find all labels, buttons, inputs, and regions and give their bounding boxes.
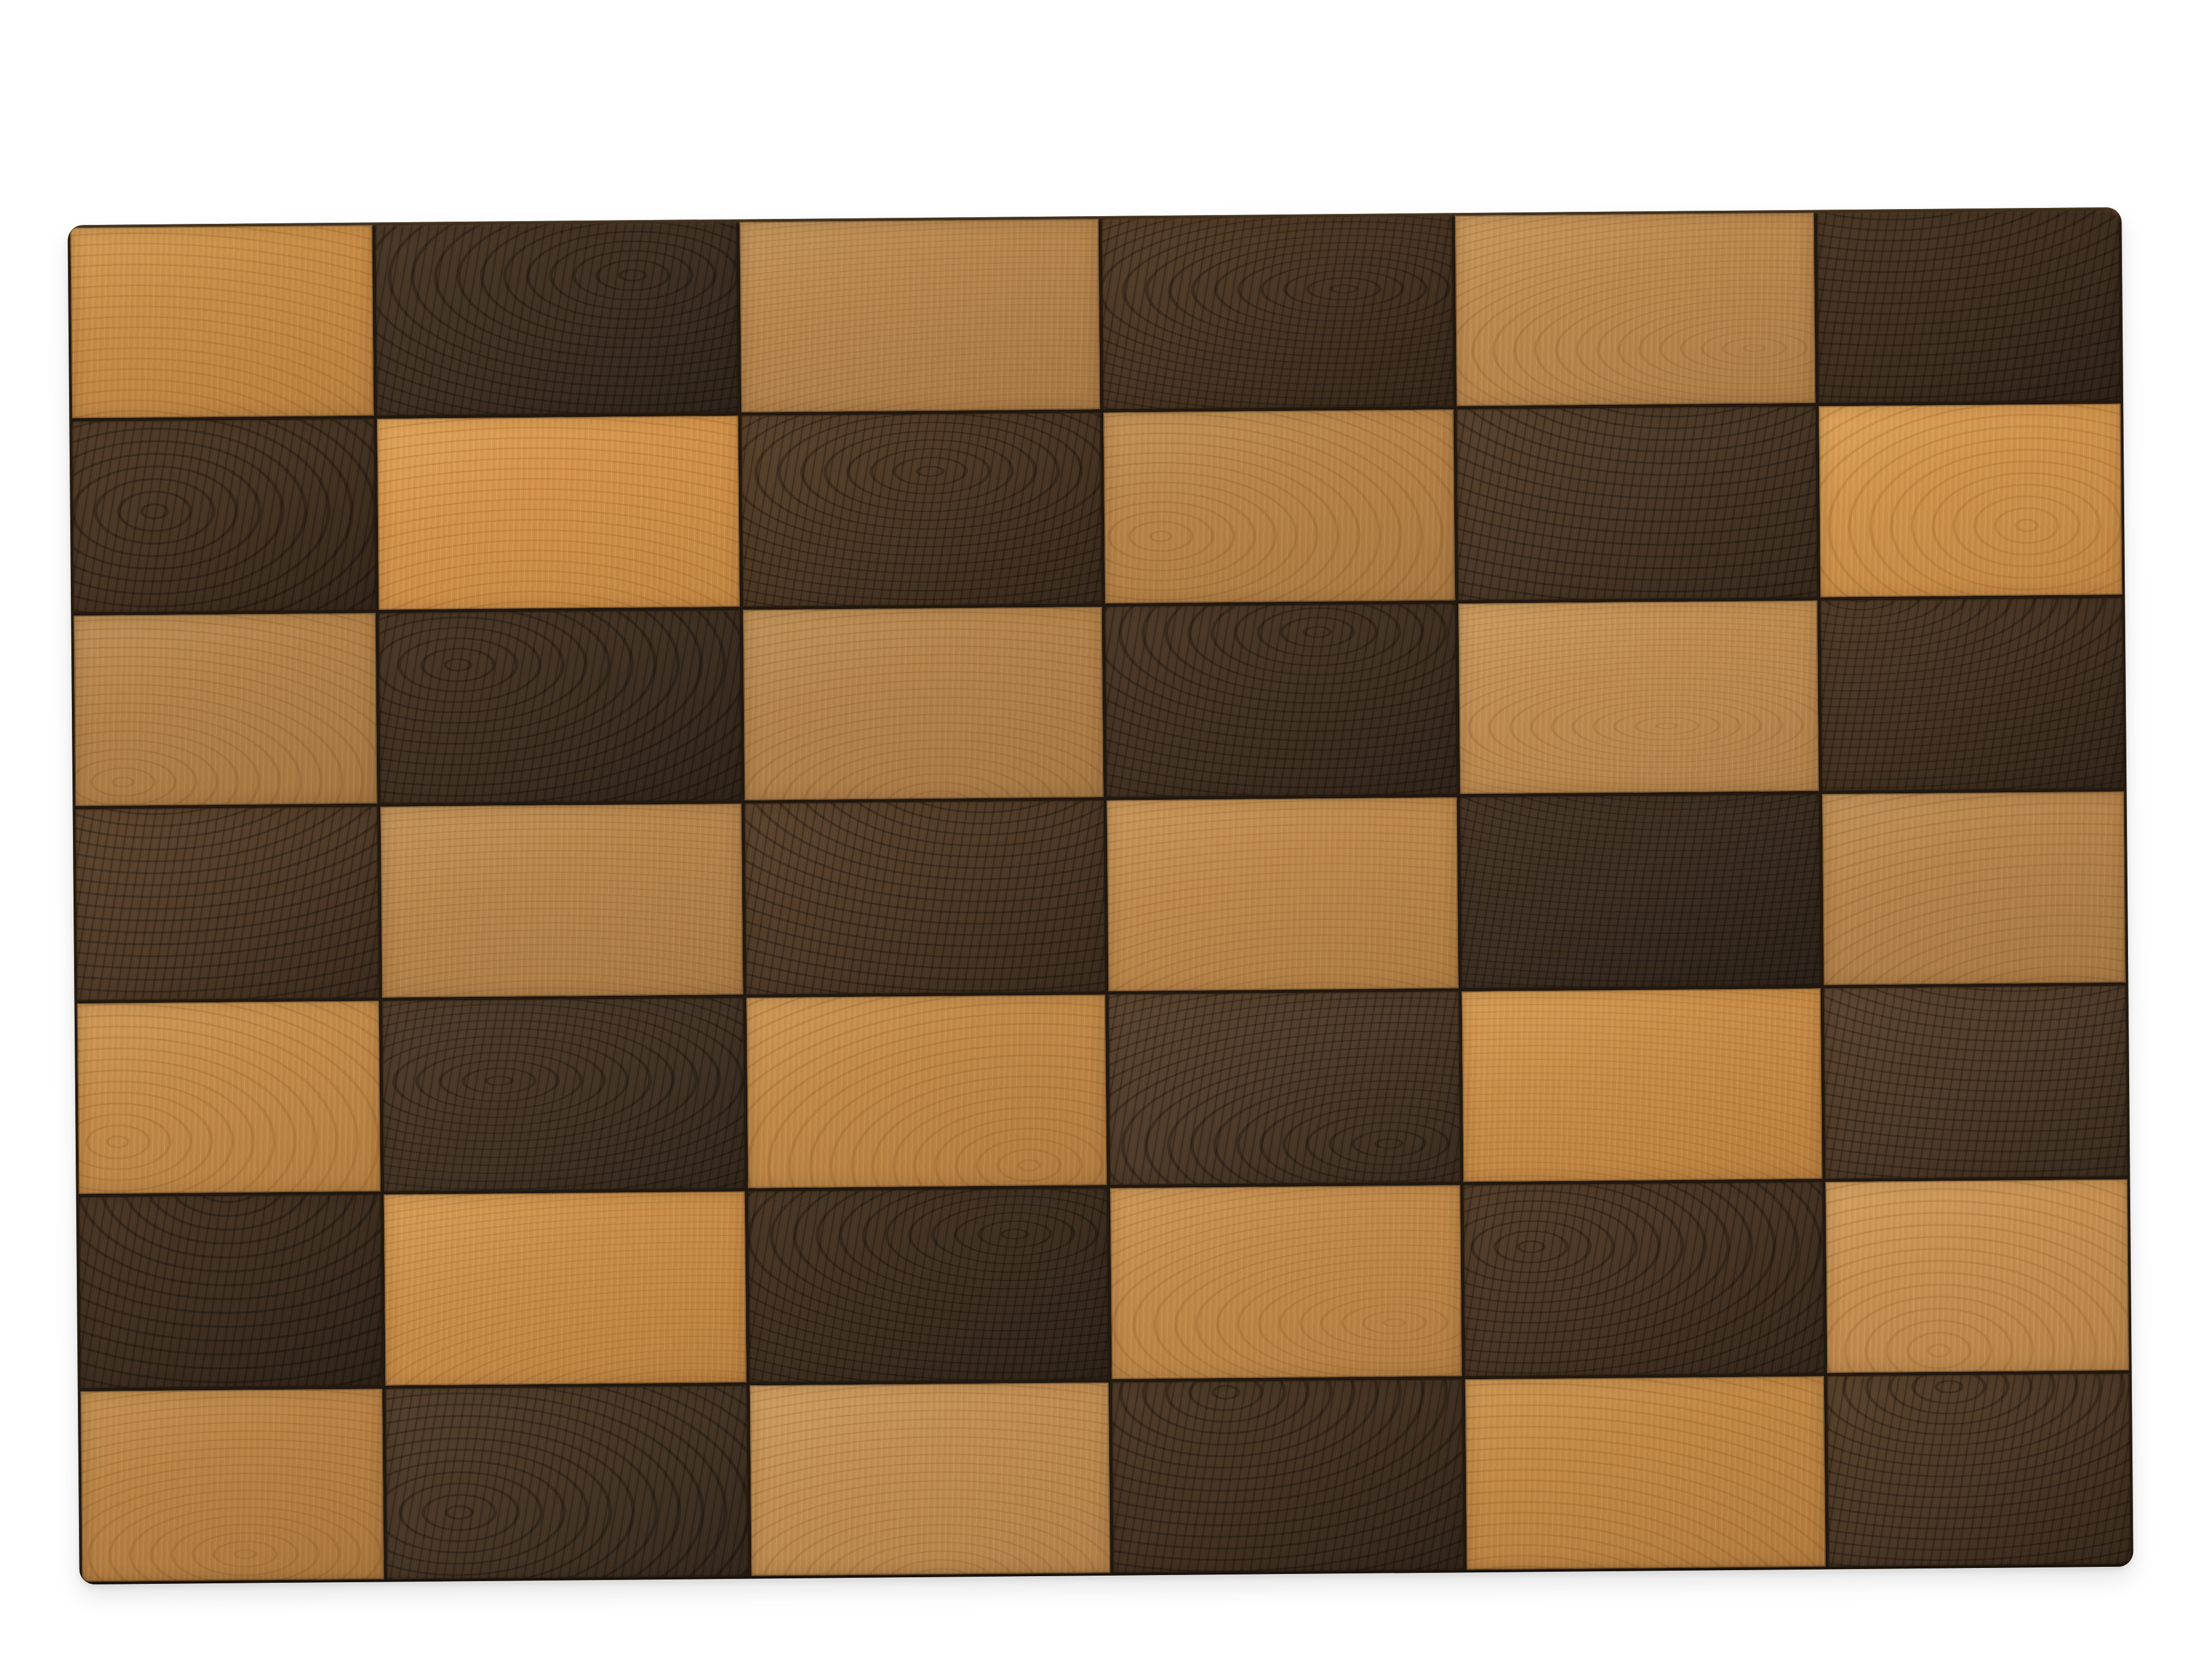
board-cell <box>384 1192 747 1385</box>
board-cell <box>1819 404 2122 597</box>
board-cell <box>386 1385 748 1579</box>
board-cell <box>1458 600 1819 794</box>
board-cell <box>76 807 379 1000</box>
board-cell <box>1826 1180 2129 1373</box>
board-cell <box>377 416 740 610</box>
board-cell <box>74 613 377 806</box>
board-cell <box>743 607 1103 800</box>
board-cell <box>1817 210 2120 403</box>
board-cell <box>1103 410 1455 603</box>
board-cell <box>1460 794 1820 988</box>
board-cell <box>81 1389 384 1582</box>
board-cell <box>72 419 375 612</box>
board-cell <box>1110 1185 1462 1379</box>
board-cell <box>382 997 745 1191</box>
board-cell <box>1102 216 1453 409</box>
board-cell <box>381 804 743 997</box>
checkerboard <box>67 207 2133 1585</box>
board-cell <box>79 1195 382 1388</box>
board-cell <box>1457 407 1817 600</box>
board-cell <box>1827 1373 2131 1566</box>
board-cell <box>70 225 374 419</box>
board-cell <box>1455 213 1815 407</box>
board-cell <box>1822 792 2125 985</box>
board-cell <box>1464 1182 1824 1376</box>
board-cell <box>375 222 738 416</box>
board-cell <box>750 1382 1110 1576</box>
board-cell <box>77 1001 381 1194</box>
board-cell <box>1465 1376 1826 1570</box>
board-cell <box>1105 603 1457 797</box>
board-cell <box>744 800 1105 994</box>
board-cell <box>1462 988 1822 1182</box>
board-cell <box>1107 798 1458 991</box>
board-cell <box>740 219 1100 413</box>
photo-background <box>0 0 2212 1659</box>
board-cell <box>1108 991 1460 1185</box>
board-cell <box>1820 598 2124 791</box>
board-cell <box>748 1188 1109 1382</box>
board-cell <box>741 413 1102 606</box>
board-cell <box>1112 1379 1464 1573</box>
board-cell <box>747 995 1107 1188</box>
board-cell <box>379 610 741 804</box>
board-cell <box>1824 985 2127 1178</box>
